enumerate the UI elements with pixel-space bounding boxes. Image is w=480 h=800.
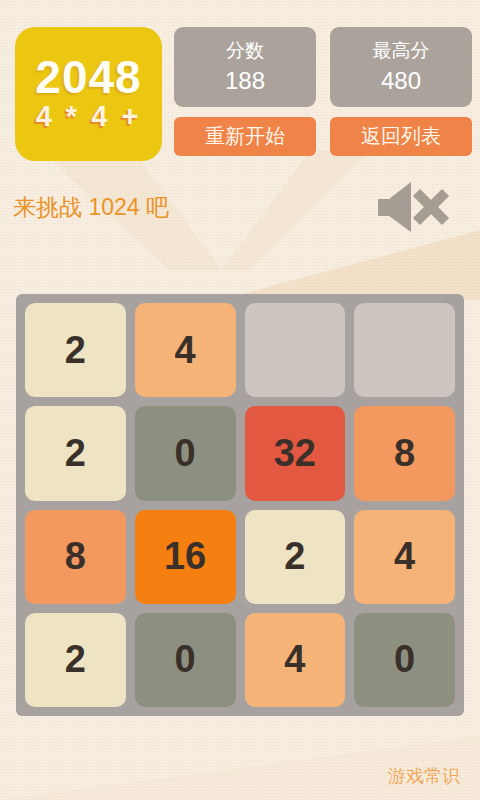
tile-r3c1-8: 8 — [25, 510, 126, 604]
tile-r2c4-8: 8 — [354, 406, 455, 500]
speaker-muted-icon — [376, 222, 450, 237]
background-wedge-right — [220, 230, 480, 300]
mute-toggle-button[interactable] — [376, 180, 450, 234]
tile-r1c2-4: 4 — [135, 303, 236, 397]
tile-r2c1-2: 2 — [25, 406, 126, 500]
challenge-text: 来挑战 1024 吧 — [13, 192, 169, 223]
game-tips-link[interactable]: 游戏常识 — [388, 764, 460, 788]
tile-r1c1-2: 2 — [25, 303, 126, 397]
tile-r3c2-16: 16 — [135, 510, 236, 604]
best-score-value: 480 — [381, 65, 421, 96]
back-to-list-button[interactable]: 返回列表 — [330, 117, 472, 156]
score-value: 188 — [225, 65, 265, 96]
tile-r4c1-2: 2 — [25, 613, 126, 707]
best-score-label: 最高分 — [373, 38, 430, 65]
tile-r2c3-32: 32 — [245, 406, 346, 500]
restart-button[interactable]: 重新开始 — [174, 117, 316, 156]
tile-r2c2-0: 0 — [135, 406, 236, 500]
tile-r4c4-0: 0 — [354, 613, 455, 707]
logo-title: 2048 — [35, 54, 141, 100]
best-score-box: 最高分 480 — [330, 27, 472, 107]
logo-subtitle: 4 * 4 + — [36, 100, 142, 133]
cell-r1c4-empty — [354, 303, 455, 397]
game-logo: 2048 4 * 4 + — [15, 27, 162, 161]
score-label: 分数 — [226, 38, 264, 65]
cell-r1c3-empty — [245, 303, 346, 397]
score-box: 分数 188 — [174, 27, 316, 107]
tile-r4c2-0: 0 — [135, 613, 236, 707]
board[interactable]: 2420328816242040 — [16, 294, 464, 716]
app-window: 2048 4 * 4 + 分数 188 最高分 480 重新开始 返回列表 来挑… — [0, 0, 480, 800]
tile-r4c3-4: 4 — [245, 613, 346, 707]
tile-r3c3-2: 2 — [245, 510, 346, 604]
tile-r3c4-4: 4 — [354, 510, 455, 604]
